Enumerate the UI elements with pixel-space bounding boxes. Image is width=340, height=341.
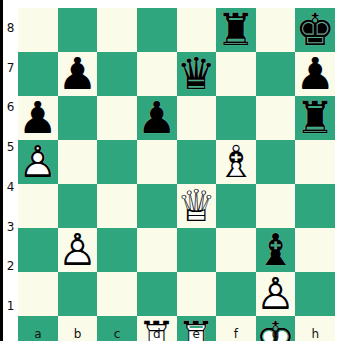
piece-black-pawn-h7[interactable]: ♟ <box>295 52 334 96</box>
square-b4[interactable] <box>58 184 98 228</box>
square-e4[interactable]: ♕ <box>177 184 217 228</box>
square-c3[interactable] <box>97 228 137 272</box>
square-a8[interactable] <box>18 8 58 52</box>
square-h7[interactable]: ♟ <box>295 52 335 96</box>
square-d3[interactable] <box>137 228 177 272</box>
square-a7[interactable] <box>18 52 58 96</box>
square-a3[interactable] <box>18 228 58 272</box>
piece-black-queen-e7[interactable]: ♛ <box>177 52 216 96</box>
piece-white-queen-e4[interactable]: ♕ <box>177 184 216 228</box>
square-h6[interactable]: ♜ <box>295 96 335 140</box>
square-g3[interactable]: ♝ <box>256 228 296 272</box>
rank-label-2: 2 <box>3 247 18 287</box>
square-b6[interactable] <box>58 96 98 140</box>
file-label-b: b <box>58 326 98 341</box>
rank-labels: 87654321 <box>3 8 18 326</box>
square-d2[interactable] <box>137 272 177 316</box>
piece-white-pawn-a5[interactable]: ♙ <box>18 140 57 184</box>
square-h8[interactable]: ♚ <box>295 8 335 52</box>
rank-label-5: 5 <box>3 127 18 167</box>
square-g7[interactable] <box>256 52 296 96</box>
piece-black-bishop-g3[interactable]: ♝ <box>256 228 295 272</box>
square-g6[interactable] <box>256 96 296 140</box>
file-label-c: c <box>97 326 137 341</box>
square-e3[interactable] <box>177 228 217 272</box>
square-c5[interactable] <box>97 140 137 184</box>
square-h2[interactable] <box>295 272 335 316</box>
square-c8[interactable] <box>97 8 137 52</box>
piece-black-rook-f8[interactable]: ♜ <box>216 8 255 52</box>
square-e6[interactable] <box>177 96 217 140</box>
piece-black-pawn-a6[interactable]: ♟ <box>18 96 57 140</box>
square-b7[interactable]: ♟ <box>58 52 98 96</box>
square-b2[interactable] <box>58 272 98 316</box>
square-h4[interactable] <box>295 184 335 228</box>
piece-white-pawn-b3[interactable]: ♙ <box>58 228 97 272</box>
square-e2[interactable] <box>177 272 217 316</box>
rank-label-8: 8 <box>3 8 18 48</box>
square-f5[interactable]: ♗ <box>216 140 256 184</box>
square-b3[interactable]: ♙ <box>58 228 98 272</box>
piece-white-bishop-f5[interactable]: ♗ <box>216 140 255 184</box>
file-label-g: g <box>256 326 296 341</box>
square-c7[interactable] <box>97 52 137 96</box>
chess-board: ♜♚♟♛♟♟♟♜♙♗♕♙♝♙♖♖♔ <box>18 8 335 326</box>
square-f7[interactable] <box>216 52 256 96</box>
piece-white-pawn-g2[interactable]: ♙ <box>256 272 295 316</box>
piece-black-king-h8[interactable]: ♚ <box>295 8 334 52</box>
square-c4[interactable] <box>97 184 137 228</box>
piece-black-rook-h6[interactable]: ♜ <box>295 96 334 140</box>
square-h3[interactable] <box>295 228 335 272</box>
square-d7[interactable] <box>137 52 177 96</box>
piece-black-pawn-d6[interactable]: ♟ <box>137 96 176 140</box>
square-g2[interactable]: ♙ <box>256 272 296 316</box>
square-e8[interactable] <box>177 8 217 52</box>
file-label-e: e <box>177 326 217 341</box>
file-label-h: h <box>295 326 335 341</box>
square-d6[interactable]: ♟ <box>137 96 177 140</box>
square-h5[interactable] <box>295 140 335 184</box>
square-f6[interactable] <box>216 96 256 140</box>
rank-label-4: 4 <box>3 167 18 207</box>
square-d4[interactable] <box>137 184 177 228</box>
square-a2[interactable] <box>18 272 58 316</box>
square-c6[interactable] <box>97 96 137 140</box>
rank-label-7: 7 <box>3 48 18 88</box>
square-c2[interactable] <box>97 272 137 316</box>
piece-black-pawn-b7[interactable]: ♟ <box>58 52 97 96</box>
chess-board-widget: 87654321 ♜♚♟♛♟♟♟♜♙♗♕♙♝♙♖♖♔ abcdefgh <box>0 0 340 341</box>
rank-label-6: 6 <box>3 88 18 128</box>
square-g8[interactable] <box>256 8 296 52</box>
square-b5[interactable] <box>58 140 98 184</box>
square-g4[interactable] <box>256 184 296 228</box>
file-label-f: f <box>216 326 256 341</box>
square-f4[interactable] <box>216 184 256 228</box>
square-a6[interactable]: ♟ <box>18 96 58 140</box>
file-label-a: a <box>18 326 58 341</box>
rank-label-3: 3 <box>3 207 18 247</box>
square-e7[interactable]: ♛ <box>177 52 217 96</box>
square-b8[interactable] <box>58 8 98 52</box>
square-f8[interactable]: ♜ <box>216 8 256 52</box>
square-e5[interactable] <box>177 140 217 184</box>
square-g5[interactable] <box>256 140 296 184</box>
file-label-d: d <box>137 326 177 341</box>
square-a5[interactable]: ♙ <box>18 140 58 184</box>
square-f2[interactable] <box>216 272 256 316</box>
square-d5[interactable] <box>137 140 177 184</box>
square-f3[interactable] <box>216 228 256 272</box>
square-a4[interactable] <box>18 184 58 228</box>
rank-label-1: 1 <box>3 286 18 326</box>
square-d8[interactable] <box>137 8 177 52</box>
file-labels: abcdefgh <box>18 326 335 341</box>
